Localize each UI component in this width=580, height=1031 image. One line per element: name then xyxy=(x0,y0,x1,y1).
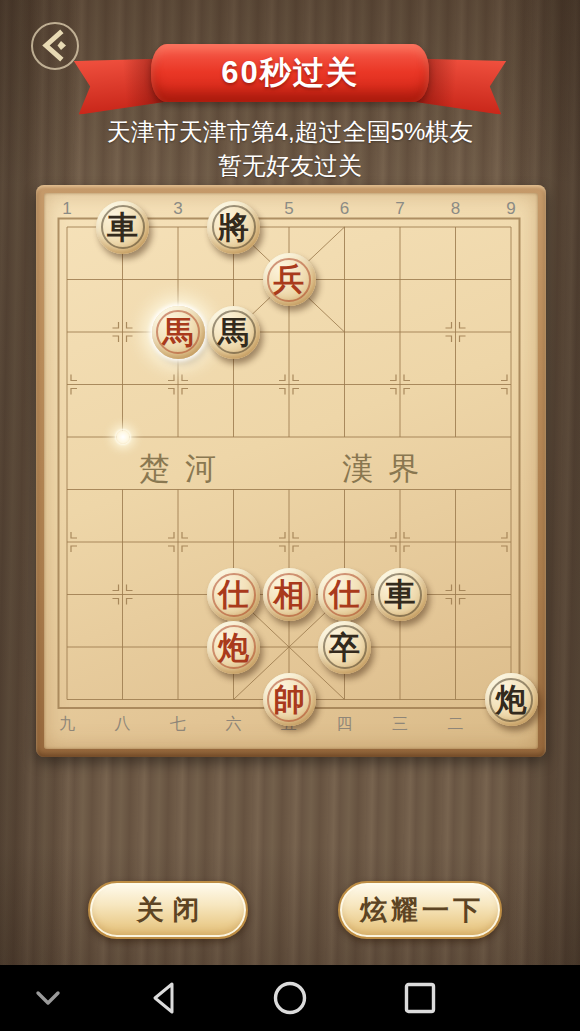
file-label-top: 7 xyxy=(386,199,414,219)
piece-black-cannon[interactable]: 炮 xyxy=(485,673,538,726)
app-screen: 60秒过关 天津市天津市第4,超过全国5%棋友 暂无好友过关 123456789… xyxy=(0,0,580,1031)
piece-black-chariot[interactable]: 車 xyxy=(374,568,427,621)
file-label-top: 1 xyxy=(53,199,81,219)
file-label-top: 5 xyxy=(275,199,303,219)
chevron-down-icon[interactable] xyxy=(29,979,67,1017)
piece-red-horse[interactable]: 馬 xyxy=(152,306,205,359)
piece-glyph: 兵 xyxy=(274,264,305,295)
piece-glyph: 車 xyxy=(385,579,416,610)
file-label-bottom: 三 xyxy=(386,714,414,735)
piece-red-elephant[interactable]: 相 xyxy=(263,568,316,621)
banner-title: 60秒过关 xyxy=(221,52,358,94)
file-label-bottom: 八 xyxy=(109,714,137,735)
piece-black-soldier[interactable]: 卒 xyxy=(318,621,371,674)
ribbon-band: 60秒过关 xyxy=(151,44,429,102)
piece-glyph: 仕 xyxy=(218,579,249,610)
file-label-bottom: 四 xyxy=(331,714,359,735)
piece-red-general[interactable]: 帥 xyxy=(263,673,316,726)
piece-red-cannon[interactable]: 炮 xyxy=(207,621,260,674)
brag-button[interactable]: 炫耀一下 xyxy=(338,881,502,939)
file-label-bottom: 二 xyxy=(442,714,470,735)
file-label-bottom: 六 xyxy=(220,714,248,735)
friends-status-text: 暂无好友过关 xyxy=(0,150,580,182)
piece-glyph: 卒 xyxy=(329,632,360,663)
file-label-top: 3 xyxy=(164,199,192,219)
piece-glyph: 仕 xyxy=(329,579,360,610)
board-frame: 123456789 九八七六五四三二一 楚河 漢界 車將兵馬馬仕相仕車炮卒帥炮 xyxy=(36,185,546,757)
ribbon-banner: 60秒过关 xyxy=(0,0,580,120)
piece-black-horse[interactable]: 馬 xyxy=(207,306,260,359)
piece-glyph: 車 xyxy=(107,212,138,243)
piece-glyph: 炮 xyxy=(496,684,527,715)
piece-red-advisor[interactable]: 仕 xyxy=(318,568,371,621)
close-button[interactable]: 关闭 xyxy=(88,881,248,939)
piece-glyph: 馬 xyxy=(218,317,249,348)
piece-red-soldier[interactable]: 兵 xyxy=(263,253,316,306)
nav-back-icon[interactable] xyxy=(146,979,184,1017)
piece-glyph: 炮 xyxy=(218,632,249,663)
piece-glyph: 馬 xyxy=(163,317,194,348)
nav-home-icon[interactable] xyxy=(271,979,309,1017)
file-label-top: 8 xyxy=(442,199,470,219)
file-label-bottom: 九 xyxy=(53,714,81,735)
river-label-left: 楚河 xyxy=(139,448,231,490)
rank-text: 天津市天津市第4,超过全国5%棋友 xyxy=(0,116,580,148)
nav-recents-icon[interactable] xyxy=(401,979,439,1017)
piece-glyph: 相 xyxy=(274,579,305,610)
file-label-top: 6 xyxy=(331,199,359,219)
piece-glyph: 帥 xyxy=(274,684,305,715)
file-label-bottom: 七 xyxy=(164,714,192,735)
river-label-right: 漢界 xyxy=(342,448,434,490)
move-origin-marker xyxy=(116,430,130,444)
piece-black-chariot[interactable]: 車 xyxy=(96,201,149,254)
piece-black-general[interactable]: 將 xyxy=(207,201,260,254)
board-surface: 123456789 九八七六五四三二一 楚河 漢界 車將兵馬馬仕相仕車炮卒帥炮 xyxy=(44,193,538,749)
piece-glyph: 將 xyxy=(218,212,249,243)
piece-red-advisor[interactable]: 仕 xyxy=(207,568,260,621)
android-navbar xyxy=(0,965,580,1031)
file-label-top: 9 xyxy=(497,199,525,219)
